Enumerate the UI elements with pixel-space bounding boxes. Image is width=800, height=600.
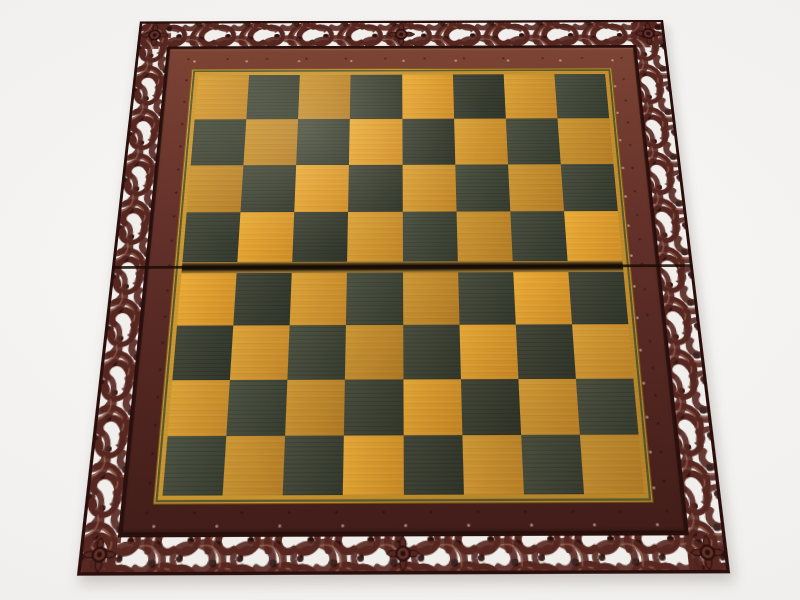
square-b6[interactable]	[241, 165, 297, 213]
square-c2[interactable]	[285, 379, 345, 436]
photo-background	[0, 0, 800, 600]
square-a4[interactable]	[177, 273, 237, 325]
square-d3[interactable]	[345, 325, 403, 379]
square-g2[interactable]	[518, 378, 580, 435]
square-h4[interactable]	[568, 272, 628, 324]
square-g4[interactable]	[513, 272, 572, 324]
square-g1[interactable]	[521, 435, 584, 494]
square-d6[interactable]	[348, 164, 402, 212]
square-h5[interactable]	[564, 211, 622, 261]
square-c1[interactable]	[283, 436, 344, 495]
square-f2[interactable]	[461, 379, 521, 436]
square-b7[interactable]	[244, 119, 299, 165]
square-b5[interactable]	[237, 212, 294, 262]
square-e2[interactable]	[403, 379, 462, 436]
square-a6[interactable]	[187, 165, 244, 213]
square-c6[interactable]	[294, 165, 349, 213]
folding-chessboard	[77, 20, 730, 576]
square-a8[interactable]	[195, 75, 250, 119]
square-e5[interactable]	[402, 212, 457, 262]
square-c7[interactable]	[296, 119, 350, 165]
square-a1[interactable]	[162, 436, 226, 495]
square-h3[interactable]	[572, 324, 633, 378]
square-d4[interactable]	[346, 273, 402, 325]
board-grid-lower	[162, 272, 644, 496]
square-f3[interactable]	[459, 324, 518, 378]
board-grid-upper	[182, 74, 622, 262]
square-c8[interactable]	[298, 75, 351, 119]
square-g5[interactable]	[510, 211, 567, 261]
square-h1[interactable]	[580, 435, 644, 494]
square-h8[interactable]	[554, 74, 609, 118]
square-b4[interactable]	[233, 273, 292, 325]
square-b1[interactable]	[223, 436, 286, 495]
square-h2[interactable]	[576, 378, 639, 435]
square-g3[interactable]	[516, 324, 576, 378]
square-d8[interactable]	[350, 75, 402, 119]
square-f6[interactable]	[455, 164, 510, 212]
square-c4[interactable]	[290, 273, 347, 325]
square-f5[interactable]	[456, 212, 512, 262]
square-d5[interactable]	[347, 212, 402, 262]
square-c3[interactable]	[288, 325, 347, 379]
square-f8[interactable]	[453, 74, 506, 118]
square-g8[interactable]	[503, 74, 557, 118]
square-a5[interactable]	[182, 212, 240, 262]
square-e6[interactable]	[402, 164, 456, 212]
square-h7[interactable]	[557, 118, 613, 164]
board-panel	[153, 68, 654, 505]
square-d7[interactable]	[349, 119, 402, 165]
square-d2[interactable]	[344, 379, 403, 436]
playing-area	[162, 74, 644, 496]
square-f4[interactable]	[458, 272, 516, 324]
square-a7[interactable]	[191, 119, 247, 165]
square-g7[interactable]	[506, 118, 561, 164]
square-f7[interactable]	[454, 118, 508, 164]
square-f1[interactable]	[462, 435, 524, 494]
square-g6[interactable]	[508, 164, 564, 212]
square-e7[interactable]	[402, 118, 455, 164]
square-e4[interactable]	[403, 272, 460, 324]
square-h6[interactable]	[561, 164, 618, 212]
square-e1[interactable]	[403, 435, 463, 494]
square-b8[interactable]	[246, 75, 300, 119]
square-b3[interactable]	[230, 325, 290, 380]
square-e8[interactable]	[402, 74, 454, 118]
square-e3[interactable]	[403, 324, 461, 378]
square-a2[interactable]	[168, 380, 230, 437]
square-c5[interactable]	[292, 212, 348, 262]
square-b2[interactable]	[226, 379, 287, 436]
square-a3[interactable]	[172, 325, 233, 380]
square-d1[interactable]	[343, 436, 403, 495]
